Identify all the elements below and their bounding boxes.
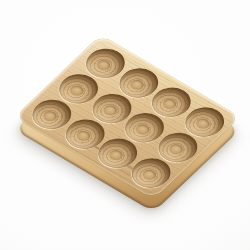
- pit-grid: [15, 35, 240, 199]
- mancala-board-surface: [15, 35, 240, 199]
- photo-background: [0, 0, 250, 250]
